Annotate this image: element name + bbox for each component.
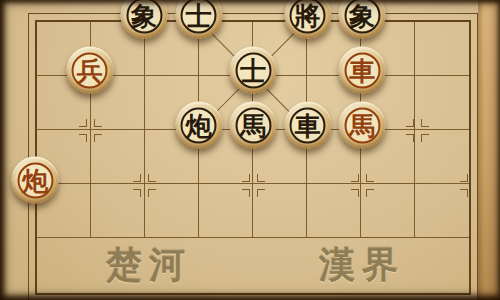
- piece-character: 車: [344, 52, 380, 88]
- point-marker: [421, 134, 429, 142]
- piece-red-chariot[interactable]: 車: [339, 47, 386, 94]
- xiangqi-board-screenshot: 楚河 漢界 象士將象兵士車炮馬車馬炮: [0, 0, 500, 300]
- river-label-han-jie: 漢界: [319, 241, 405, 290]
- piece-character: 士: [181, 0, 217, 33]
- board-cell[interactable]: [415, 22, 469, 76]
- piece-character: 炮: [17, 162, 53, 198]
- point-marker: [148, 174, 156, 182]
- point-marker: [366, 189, 374, 197]
- piece-black-cannon[interactable]: 炮: [175, 102, 222, 149]
- piece-red-cannon[interactable]: 炮: [12, 157, 59, 204]
- point-marker: [406, 119, 414, 127]
- piece-black-chariot[interactable]: 車: [284, 102, 331, 149]
- point-marker: [94, 134, 102, 142]
- point-marker: [460, 189, 468, 197]
- point-marker: [148, 189, 156, 197]
- piece-red-horse[interactable]: 馬: [339, 102, 386, 149]
- piece-character: 馬: [344, 107, 380, 143]
- piece-red-soldier[interactable]: 兵: [66, 47, 113, 94]
- piece-character: 士: [235, 52, 271, 88]
- piece-character: 馬: [235, 107, 271, 143]
- piece-character: 兵: [72, 52, 108, 88]
- point-marker: [242, 189, 250, 197]
- piece-character: 炮: [181, 107, 217, 143]
- point-marker: [257, 189, 265, 197]
- point-marker: [366, 174, 374, 182]
- point-marker: [351, 174, 359, 182]
- point-marker: [242, 174, 250, 182]
- point-marker: [133, 189, 141, 197]
- piece-character: 車: [290, 107, 326, 143]
- point-marker: [79, 134, 87, 142]
- point-marker: [460, 174, 468, 182]
- point-marker: [421, 119, 429, 127]
- river-label-chu-he: 楚河: [106, 241, 192, 290]
- piece-character: 將: [290, 0, 326, 33]
- background-right-strip: [478, 0, 500, 300]
- piece-black-advisor[interactable]: 士: [230, 47, 277, 94]
- point-marker: [79, 119, 87, 127]
- piece-character: 象: [344, 0, 380, 33]
- point-marker: [94, 119, 102, 127]
- point-marker: [257, 174, 265, 182]
- piece-black-horse[interactable]: 馬: [230, 102, 277, 149]
- piece-character: 象: [126, 0, 162, 33]
- point-marker: [133, 174, 141, 182]
- point-marker: [351, 189, 359, 197]
- point-marker: [406, 134, 414, 142]
